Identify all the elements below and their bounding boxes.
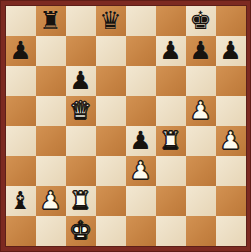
black-bishop-icon: ♝ xyxy=(9,186,31,216)
black-rook-icon: ♜ xyxy=(39,6,61,36)
square-e1[interactable] xyxy=(126,216,156,246)
square-g3[interactable] xyxy=(186,156,216,186)
square-f8[interactable] xyxy=(156,6,186,36)
black-pawn-icon: ♟ xyxy=(219,36,241,66)
square-h4[interactable]: ♟ xyxy=(216,126,246,156)
square-f4[interactable]: ♜ xyxy=(156,126,186,156)
square-g1[interactable] xyxy=(186,216,216,246)
square-e8[interactable] xyxy=(126,6,156,36)
square-d1[interactable] xyxy=(96,216,126,246)
square-d5[interactable] xyxy=(96,96,126,126)
square-g2[interactable] xyxy=(186,186,216,216)
square-f7[interactable]: ♟ xyxy=(156,36,186,66)
square-b4[interactable] xyxy=(36,126,66,156)
square-g5[interactable]: ♟ xyxy=(186,96,216,126)
black-pawn-icon: ♟ xyxy=(69,66,91,96)
square-b7[interactable] xyxy=(36,36,66,66)
square-e5[interactable] xyxy=(126,96,156,126)
square-h8[interactable] xyxy=(216,6,246,36)
square-d4[interactable] xyxy=(96,126,126,156)
black-queen-icon: ♛ xyxy=(99,6,121,36)
square-d3[interactable] xyxy=(96,156,126,186)
square-b8[interactable]: ♜ xyxy=(36,6,66,36)
square-e4[interactable]: ♟ xyxy=(126,126,156,156)
square-d7[interactable] xyxy=(96,36,126,66)
black-king-icon: ♚ xyxy=(189,6,211,36)
square-c8[interactable] xyxy=(66,6,96,36)
square-c6[interactable]: ♟ xyxy=(66,66,96,96)
square-e2[interactable] xyxy=(126,186,156,216)
square-a3[interactable] xyxy=(6,156,36,186)
square-g8[interactable]: ♚ xyxy=(186,6,216,36)
white-queen-icon: ♛ xyxy=(69,96,91,126)
square-h5[interactable] xyxy=(216,96,246,126)
square-g6[interactable] xyxy=(186,66,216,96)
square-c2[interactable]: ♜ xyxy=(66,186,96,216)
square-b5[interactable] xyxy=(36,96,66,126)
square-d6[interactable] xyxy=(96,66,126,96)
square-h7[interactable]: ♟ xyxy=(216,36,246,66)
square-f6[interactable] xyxy=(156,66,186,96)
square-e3[interactable]: ♟ xyxy=(126,156,156,186)
black-pawn-icon: ♟ xyxy=(189,36,211,66)
square-b3[interactable] xyxy=(36,156,66,186)
square-b6[interactable] xyxy=(36,66,66,96)
square-c5[interactable]: ♛ xyxy=(66,96,96,126)
square-g7[interactable]: ♟ xyxy=(186,36,216,66)
square-f5[interactable] xyxy=(156,96,186,126)
square-h6[interactable] xyxy=(216,66,246,96)
white-rook-icon: ♜ xyxy=(159,126,181,156)
square-e7[interactable] xyxy=(126,36,156,66)
chess-board: ♜♛♚♟♟♟♟♟♛♟♟♜♟♟♝♟♜♚ xyxy=(6,6,246,246)
square-c4[interactable] xyxy=(66,126,96,156)
square-c3[interactable] xyxy=(66,156,96,186)
square-a5[interactable] xyxy=(6,96,36,126)
white-rook-icon: ♜ xyxy=(69,186,91,216)
black-pawn-icon: ♟ xyxy=(129,126,151,156)
square-d2[interactable] xyxy=(96,186,126,216)
chess-board-frame: ♜♛♚♟♟♟♟♟♛♟♟♜♟♟♝♟♜♚ xyxy=(0,0,251,252)
square-g4[interactable] xyxy=(186,126,216,156)
square-c7[interactable] xyxy=(66,36,96,66)
square-a6[interactable] xyxy=(6,66,36,96)
square-f1[interactable] xyxy=(156,216,186,246)
black-pawn-icon: ♟ xyxy=(9,36,31,66)
white-pawn-icon: ♟ xyxy=(189,96,211,126)
white-pawn-icon: ♟ xyxy=(39,186,61,216)
square-a7[interactable]: ♟ xyxy=(6,36,36,66)
square-b1[interactable] xyxy=(36,216,66,246)
square-f2[interactable] xyxy=(156,186,186,216)
white-pawn-icon: ♟ xyxy=(219,126,241,156)
square-a1[interactable] xyxy=(6,216,36,246)
square-f3[interactable] xyxy=(156,156,186,186)
white-pawn-icon: ♟ xyxy=(129,156,151,186)
square-h3[interactable] xyxy=(216,156,246,186)
black-pawn-icon: ♟ xyxy=(159,36,181,66)
square-b2[interactable]: ♟ xyxy=(36,186,66,216)
square-e6[interactable] xyxy=(126,66,156,96)
square-a8[interactable] xyxy=(6,6,36,36)
square-a4[interactable] xyxy=(6,126,36,156)
square-d8[interactable]: ♛ xyxy=(96,6,126,36)
square-c1[interactable]: ♚ xyxy=(66,216,96,246)
square-h1[interactable] xyxy=(216,216,246,246)
square-a2[interactable]: ♝ xyxy=(6,186,36,216)
square-h2[interactable] xyxy=(216,186,246,216)
white-king-icon: ♚ xyxy=(69,216,91,246)
